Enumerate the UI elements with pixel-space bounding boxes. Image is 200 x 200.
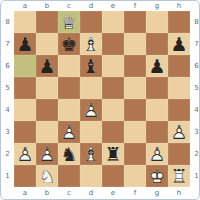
square-h2[interactable] <box>168 143 190 165</box>
square-d2[interactable]: ♝♗ <box>80 143 102 165</box>
piece-outline-layer: ♔ <box>146 165 168 187</box>
black-pawn-b6[interactable]: ♟ <box>36 55 58 77</box>
rank-labels-left: 87654321 <box>3 11 12 187</box>
square-e6[interactable] <box>102 55 124 77</box>
piece-outline-layer: ♙ <box>58 121 80 143</box>
coordinate-label-8: 8 <box>3 11 12 33</box>
coordinate-label-a: a <box>14 3 36 11</box>
coordinate-label-5: 5 <box>3 77 12 99</box>
square-g7[interactable] <box>146 33 168 55</box>
coordinate-label-a: a <box>14 190 36 198</box>
piece-outline-layer: ♗ <box>80 33 102 55</box>
piece-outline-layer: ♙ <box>146 143 168 165</box>
square-f7[interactable] <box>124 33 146 55</box>
white-pawn-b2[interactable]: ♟♙ <box>36 143 58 165</box>
square-g8[interactable] <box>146 11 168 33</box>
square-b7[interactable] <box>36 33 58 55</box>
coordinate-label-3: 3 <box>3 121 12 143</box>
piece-outline-layer: ♘ <box>36 165 58 187</box>
square-g1[interactable]: ♚♔ <box>146 165 168 187</box>
piece-outline-layer: ♙ <box>80 99 102 121</box>
black-bishop-d6[interactable]: ♝ <box>80 55 102 77</box>
file-labels-bottom: abcdefgh <box>14 190 190 198</box>
square-c6[interactable] <box>58 55 80 77</box>
coordinate-label-3: 3 <box>192 121 200 143</box>
piece-fill-layer: ♟ <box>168 33 190 55</box>
square-c5[interactable] <box>58 77 80 99</box>
white-pawn-h3[interactable]: ♟♙ <box>168 121 190 143</box>
coordinate-label-d: d <box>80 3 102 11</box>
coordinate-label-1: 1 <box>3 165 12 187</box>
white-pawn-c3[interactable]: ♟♙ <box>58 121 80 143</box>
piece-fill-layer: ♟ <box>36 55 58 77</box>
square-h1[interactable]: ♜♖ <box>168 165 190 187</box>
rank-labels-right: 87654321 <box>192 11 200 187</box>
coordinate-label-7: 7 <box>192 33 200 55</box>
coordinate-label-f: f <box>124 190 146 198</box>
piece-fill-layer: ♚ <box>58 33 80 55</box>
square-e8[interactable] <box>102 11 124 33</box>
square-d7[interactable]: ♝♗ <box>80 33 102 55</box>
square-g4[interactable] <box>146 99 168 121</box>
square-f3[interactable] <box>124 121 146 143</box>
black-rook-e2[interactable]: ♜ <box>102 143 124 165</box>
piece-fill-layer: ♞ <box>58 143 80 165</box>
square-h4[interactable] <box>168 99 190 121</box>
square-h6[interactable] <box>168 55 190 77</box>
coordinate-label-h: h <box>168 3 190 11</box>
square-b3[interactable] <box>36 121 58 143</box>
square-h8[interactable] <box>168 11 190 33</box>
square-e3[interactable] <box>102 121 124 143</box>
square-f6[interactable] <box>124 55 146 77</box>
square-d3[interactable] <box>80 121 102 143</box>
coordinate-label-c: c <box>58 190 80 198</box>
coordinate-label-1: 1 <box>192 165 200 187</box>
piece-fill-layer: ♜ <box>102 143 124 165</box>
black-pawn-g6[interactable]: ♟ <box>146 55 168 77</box>
coordinate-label-5: 5 <box>192 77 200 99</box>
white-pawn-d4[interactable]: ♟♙ <box>80 99 102 121</box>
square-a5[interactable] <box>14 77 36 99</box>
piece-outline-layer: ♙ <box>168 121 190 143</box>
square-h3[interactable]: ♟♙ <box>168 121 190 143</box>
white-rook-h1[interactable]: ♜♖ <box>168 165 190 187</box>
piece-fill-layer: ♟ <box>146 55 168 77</box>
square-c3[interactable]: ♟♙ <box>58 121 80 143</box>
coordinate-label-6: 6 <box>3 55 12 77</box>
square-b8[interactable] <box>36 11 58 33</box>
file-labels-top: abcdefgh <box>14 3 190 11</box>
square-d8[interactable] <box>80 11 102 33</box>
coordinate-label-b: b <box>36 3 58 11</box>
piece-outline-layer: ♙ <box>14 143 36 165</box>
square-b5[interactable] <box>36 77 58 99</box>
coordinate-label-f: f <box>124 3 146 11</box>
coordinate-label-4: 4 <box>3 99 12 121</box>
coordinate-label-6: 6 <box>192 55 200 77</box>
coordinate-label-7: 7 <box>3 33 12 55</box>
white-pawn-a2[interactable]: ♟♙ <box>14 143 36 165</box>
coordinate-label-c: c <box>58 3 80 11</box>
square-d4[interactable]: ♟♙ <box>80 99 102 121</box>
square-f4[interactable] <box>124 99 146 121</box>
square-d6[interactable]: ♝ <box>80 55 102 77</box>
white-king-g1[interactable]: ♚♔ <box>146 165 168 187</box>
square-h7[interactable]: ♟ <box>168 33 190 55</box>
square-e2[interactable]: ♜ <box>102 143 124 165</box>
black-pawn-a7[interactable]: ♟ <box>14 33 36 55</box>
piece-outline-layer: ♙ <box>36 143 58 165</box>
square-e7[interactable] <box>102 33 124 55</box>
piece-outline-layer: ♕ <box>58 11 80 33</box>
square-g6[interactable]: ♟ <box>146 55 168 77</box>
square-f5[interactable] <box>124 77 146 99</box>
coordinate-label-2: 2 <box>3 143 12 165</box>
square-e4[interactable] <box>102 99 124 121</box>
white-knight-b1[interactable]: ♞♘ <box>36 165 58 187</box>
square-f2[interactable] <box>124 143 146 165</box>
square-c1[interactable] <box>58 165 80 187</box>
chess-board-frame: abcdefgh 87654321 ♛♕♟♚♝♗♟♟♝♟♟♙♟♙♟♙♟♙♟♙♞♝… <box>0 0 200 200</box>
square-a3[interactable] <box>14 121 36 143</box>
square-c4[interactable] <box>58 99 80 121</box>
piece-outline-layer: ♖ <box>168 165 190 187</box>
white-bishop-d7[interactable]: ♝♗ <box>80 33 102 55</box>
square-d1[interactable] <box>80 165 102 187</box>
piece-fill-layer: ♝ <box>80 55 102 77</box>
square-a2[interactable]: ♟♙ <box>14 143 36 165</box>
coordinate-label-b: b <box>36 190 58 198</box>
black-knight-c2[interactable]: ♞ <box>58 143 80 165</box>
coordinate-label-8: 8 <box>192 11 200 33</box>
square-d5[interactable] <box>80 77 102 99</box>
square-c7[interactable]: ♚ <box>58 33 80 55</box>
coordinate-label-g: g <box>146 3 168 11</box>
square-e5[interactable] <box>102 77 124 99</box>
square-a7[interactable]: ♟ <box>14 33 36 55</box>
square-g5[interactable] <box>146 77 168 99</box>
coordinate-label-g: g <box>146 190 168 198</box>
piece-outline-layer: ♗ <box>80 143 102 165</box>
black-king-c7[interactable]: ♚ <box>58 33 80 55</box>
square-c8[interactable]: ♛♕ <box>58 11 80 33</box>
white-pawn-g2[interactable]: ♟♙ <box>146 143 168 165</box>
square-e1[interactable] <box>102 165 124 187</box>
square-a1[interactable] <box>14 165 36 187</box>
square-a4[interactable] <box>14 99 36 121</box>
coordinate-label-2: 2 <box>192 143 200 165</box>
white-queen-c8[interactable]: ♛♕ <box>58 11 80 33</box>
square-f1[interactable] <box>124 165 146 187</box>
coordinate-label-4: 4 <box>192 99 200 121</box>
coordinate-label-e: e <box>102 3 124 11</box>
square-b1[interactable]: ♞♘ <box>36 165 58 187</box>
square-g2[interactable]: ♟♙ <box>146 143 168 165</box>
square-g3[interactable] <box>146 121 168 143</box>
square-b2[interactable]: ♟♙ <box>36 143 58 165</box>
square-c2[interactable]: ♞ <box>58 143 80 165</box>
square-b4[interactable] <box>36 99 58 121</box>
square-b6[interactable]: ♟ <box>36 55 58 77</box>
black-pawn-h7[interactable]: ♟ <box>168 33 190 55</box>
coordinate-label-d: d <box>80 190 102 198</box>
white-bishop-d2[interactable]: ♝♗ <box>80 143 102 165</box>
square-f8[interactable] <box>124 11 146 33</box>
coordinate-label-e: e <box>102 190 124 198</box>
chess-board[interactable]: ♛♕♟♚♝♗♟♟♝♟♟♙♟♙♟♙♟♙♟♙♞♝♗♜♟♙♞♘♚♔♜♖ <box>14 11 190 187</box>
piece-fill-layer: ♟ <box>14 33 36 55</box>
square-a6[interactable] <box>14 55 36 77</box>
square-h5[interactable] <box>168 77 190 99</box>
square-a8[interactable] <box>14 11 36 33</box>
coordinate-label-h: h <box>168 190 190 198</box>
